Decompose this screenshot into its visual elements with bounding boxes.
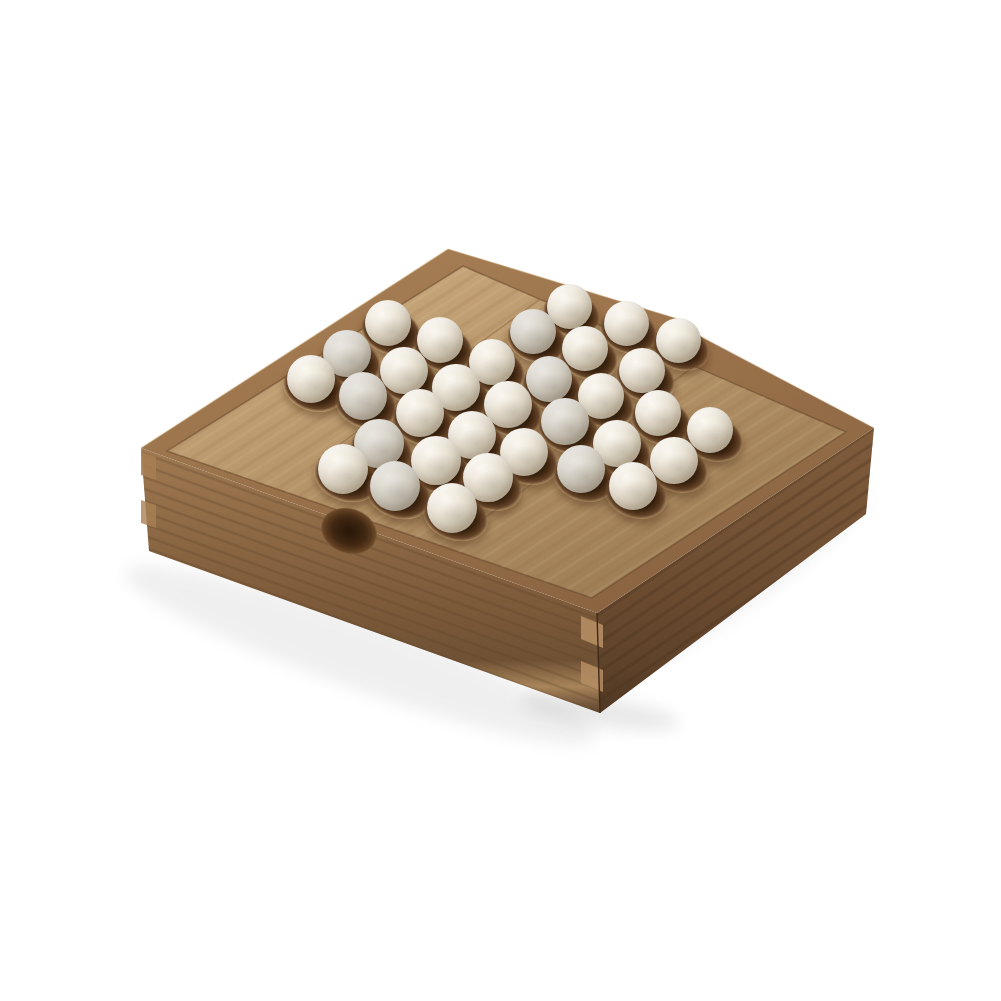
peg-r1c3[interactable] [562, 326, 608, 372]
peg-r1c4[interactable] [619, 348, 665, 394]
peg-r6c4[interactable] [427, 483, 477, 533]
peg-r1c2[interactable] [510, 309, 556, 355]
solitaire-box [0, 0, 1001, 1001]
peg-r3c6[interactable] [650, 437, 698, 485]
peg-solitaire-photo [0, 0, 1001, 1001]
peg-r0c4[interactable] [656, 318, 701, 363]
peg-r3c4[interactable] [541, 398, 589, 446]
peg-r6c3[interactable] [370, 461, 420, 511]
peg-r6c2[interactable] [318, 444, 368, 494]
peg-r3c1[interactable] [380, 347, 428, 395]
peg-r0c3[interactable] [604, 301, 649, 346]
